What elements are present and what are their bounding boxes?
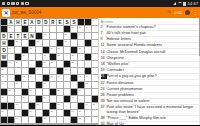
cell-number: 39 <box>1 68 3 70</box>
grid-cell[interactable] <box>57 117 64 124</box>
black-cell <box>36 117 43 124</box>
cell-number: 49 <box>1 82 3 84</box>
clue-row[interactable]: 40Man of Uz <box>101 122 200 125</box>
cell-number: 32 <box>57 54 59 56</box>
cell-letter: D <box>36 19 42 25</box>
black-cell <box>71 75 78 82</box>
grid-cell[interactable] <box>85 33 92 40</box>
grid-cell[interactable]: 59 <box>43 96 50 103</box>
grid-cell[interactable]: 41 <box>64 68 71 75</box>
clue-text: Not too sensual or violent <box>107 99 150 103</box>
grid-cell[interactable] <box>57 33 64 40</box>
grid-cell[interactable]: 45 <box>50 75 57 82</box>
grid-cell[interactable]: 69 <box>71 110 78 117</box>
grid-cell[interactable]: 49 <box>1 82 8 89</box>
grid-cell[interactable] <box>15 89 22 96</box>
grid-cell[interactable] <box>43 68 50 75</box>
grid-cell[interactable] <box>8 110 15 117</box>
clue-text: Cheyenne <box>107 56 124 60</box>
grid-cell[interactable]: 26 <box>50 47 57 54</box>
cell-number: 41 <box>64 68 66 70</box>
grid-cell[interactable]: 43 <box>22 75 29 82</box>
hint-icon[interactable] <box>185 10 190 15</box>
grid-cell[interactable]: 22 <box>64 40 71 47</box>
cell-number: 44 <box>29 75 31 77</box>
grid-cell[interactable] <box>22 103 29 110</box>
grid-cell[interactable]: 20 <box>15 40 22 47</box>
grid-cell[interactable]: 34 <box>8 61 15 68</box>
grid-cell[interactable]: 12 <box>71 26 78 33</box>
wifi-icon <box>178 2 182 5</box>
cell-number: 18 <box>64 33 66 35</box>
app-logo-icon: ✕ <box>2 9 10 17</box>
clue-list-pane: Across 2Futuristic women's chapeau?740's… <box>98 18 200 125</box>
grid-cell[interactable]: 35 <box>15 61 22 68</box>
clue-text: Contradict <box>107 68 124 72</box>
clue-text: Part of a pay-as-you-go plan? <box>107 74 157 78</box>
grid-cell[interactable]: 37 <box>50 61 57 68</box>
cell-number: 17 <box>43 33 45 35</box>
clue-text: Futuristic women's chapeau? <box>107 25 156 29</box>
cell-number: 58 <box>22 96 24 98</box>
grid-cell[interactable]: 58 <box>22 96 29 103</box>
grid-cell[interactable] <box>85 89 92 96</box>
grid-cell[interactable] <box>57 61 64 68</box>
clue-text: Some seasonal Florida residents <box>107 43 162 47</box>
cell-number: 28 <box>78 47 80 49</box>
grid-cell[interactable]: E <box>22 19 29 26</box>
grid-cell[interactable]: 60 <box>71 96 78 103</box>
grid-cell[interactable]: 55 <box>57 89 64 96</box>
cell-number: 12 <box>71 26 73 28</box>
battery-icon <box>183 2 186 6</box>
grid-cell[interactable]: E <box>8 33 15 40</box>
grid-cell[interactable]: 4D <box>36 19 43 26</box>
cell-number: 66 <box>1 110 3 112</box>
grid-cell[interactable]: 50 <box>15 82 22 89</box>
grid-cell[interactable] <box>71 68 78 75</box>
cell-number: 45 <box>50 75 52 77</box>
cell-number: 69 <box>71 110 73 112</box>
cell-number: 25 <box>29 47 31 49</box>
cell-number: 40 <box>36 68 38 70</box>
cell-letter: H <box>1 40 7 46</box>
cell-number: 61 <box>15 103 17 105</box>
grid-cell[interactable]: 6R <box>50 19 57 26</box>
clue-row[interactable]: 37Poet who wrote "I have executed a memo… <box>101 105 200 116</box>
grid-cell[interactable] <box>85 61 92 68</box>
sd-card-icon <box>25 2 28 5</box>
grid-cell[interactable]: 7E <box>57 19 64 26</box>
cell-number: 42 <box>1 75 3 77</box>
sync-icon <box>21 2 24 5</box>
grid-cell[interactable]: 36 <box>43 61 50 68</box>
cell-number: 33 <box>71 54 73 56</box>
grid-cell[interactable] <box>64 117 71 124</box>
cell-number: 20 <box>15 40 17 42</box>
cell-number: 65 <box>92 103 94 105</box>
grid-cell[interactable] <box>64 103 71 110</box>
cell-letter: A <box>8 19 14 25</box>
grid-cell[interactable]: 52 <box>85 82 92 89</box>
grid-cell[interactable] <box>85 117 92 124</box>
grid-cell[interactable]: 30 <box>22 54 29 61</box>
cell-number: 71 <box>15 117 17 119</box>
status-bar: 14:37 <box>0 0 200 7</box>
notification-icon <box>2 2 5 5</box>
grid-cell[interactable]: 40 <box>36 68 43 75</box>
grid-cell[interactable] <box>64 47 71 54</box>
grid-cell[interactable]: 51 <box>43 82 50 89</box>
grid-cell[interactable] <box>78 54 85 61</box>
grid-cell[interactable]: 19 <box>78 33 85 40</box>
grid-cell[interactable] <box>29 96 36 103</box>
grid-cell[interactable] <box>36 54 43 61</box>
grid-cell[interactable]: 16E <box>22 33 29 40</box>
grid-cell[interactable]: 72 <box>43 117 50 124</box>
cell-number: 48 <box>85 75 87 77</box>
cell-number: 24 <box>8 47 10 49</box>
cell-number: 67 <box>29 110 31 112</box>
grid-cell[interactable] <box>78 61 85 68</box>
cell-letter: S <box>71 19 77 25</box>
grid-cell[interactable] <box>22 40 29 47</box>
cell-number: 47 <box>78 75 80 77</box>
clue-list: 2Futuristic women's chapeau?740's talk s… <box>101 25 200 126</box>
grid-cell[interactable]: S <box>64 19 71 26</box>
crossword-app-screen: 14:37 ✕ pw_ws_00004 ✎ 0:00 ⋮ 1A2HE3A4D5D… <box>0 0 200 125</box>
grid-cell[interactable]: 21 <box>36 40 43 47</box>
cell-number: 51 <box>43 82 45 84</box>
cell-number: 37 <box>50 61 52 63</box>
cell-number: 46 <box>57 75 59 77</box>
clue-text: Man of Uz <box>107 122 124 125</box>
cell-number: 19 <box>78 33 80 35</box>
grid-cell[interactable] <box>22 82 29 89</box>
cell-number: 43 <box>22 75 24 77</box>
black-cell <box>50 89 57 96</box>
cell-letter: E <box>8 33 14 39</box>
grid-cell[interactable]: 67 <box>29 110 36 117</box>
app-bar: ✕ pw_ws_00004 ✎ 0:00 ⋮ <box>0 7 200 18</box>
clue-text: 40's talk show host pair <box>107 31 146 35</box>
grid-cell[interactable] <box>15 68 22 75</box>
puzzle-title: pw_ws_00004 <box>12 10 41 15</box>
black-cell <box>1 19 8 26</box>
cell-number: 53 <box>8 89 10 91</box>
grid-cell[interactable] <box>78 96 85 103</box>
cell-number: 64 <box>85 103 87 105</box>
cell-number: 70 <box>78 110 80 112</box>
cell-number: 26 <box>50 47 52 49</box>
cell-number: 54 <box>29 89 31 91</box>
grid-cell[interactable] <box>29 117 36 124</box>
grid-cell[interactable]: 71 <box>15 117 22 124</box>
cell-number: 9 <box>92 19 93 21</box>
grid-cell[interactable] <box>64 89 71 96</box>
grid-cell[interactable] <box>50 82 57 89</box>
black-cell <box>8 103 15 110</box>
grid-cell[interactable]: N <box>29 33 36 40</box>
cell-number: 11 <box>29 26 31 28</box>
download-icon <box>16 2 19 5</box>
cell-letter: W <box>1 54 7 60</box>
cell-number: 30 <box>22 54 24 56</box>
usb-icon <box>7 2 10 5</box>
cell-number: 59 <box>43 96 45 98</box>
grid-cell[interactable] <box>50 96 57 103</box>
edit-pencil-icon[interactable]: ✎ <box>167 7 172 18</box>
grid-cell[interactable]: 10 <box>8 26 15 33</box>
grid-cell[interactable] <box>15 26 22 33</box>
grid-cell[interactable]: 5D <box>43 19 50 26</box>
grid-cell[interactable]: 53 <box>8 89 15 96</box>
grid-cell[interactable] <box>36 47 43 54</box>
grid-cell[interactable]: 66 <box>1 110 8 117</box>
grid-cell[interactable] <box>29 61 36 68</box>
grid-cell[interactable]: 57 <box>1 96 8 103</box>
cell-number: 68 <box>50 110 52 112</box>
grid-cell[interactable]: 47 <box>78 75 85 82</box>
cell-number: 27 <box>57 47 59 49</box>
cell-number: 36 <box>43 61 45 63</box>
cell-number: 14 <box>85 26 87 28</box>
grid-cell[interactable] <box>36 89 43 96</box>
grid-cell[interactable] <box>71 40 78 47</box>
cell-letter: T <box>15 33 21 39</box>
signal-icon <box>173 2 176 5</box>
grid-cell[interactable]: 14 <box>85 26 92 33</box>
cell-letter: E <box>22 33 28 39</box>
grid-cell[interactable]: 11 <box>29 26 36 33</box>
grid-cell[interactable]: 46 <box>57 75 64 82</box>
grid-cell[interactable] <box>50 33 57 40</box>
cell-number: 34 <box>8 61 10 63</box>
cell-letter: N <box>29 33 35 39</box>
grid-cell[interactable]: 15D <box>1 33 8 40</box>
grid-cell[interactable] <box>64 54 71 61</box>
grid-cell[interactable]: 29W <box>1 54 8 61</box>
grid-cell[interactable]: 61 <box>15 103 22 110</box>
grid-cell[interactable] <box>71 82 78 89</box>
grid-cell[interactable]: 2H <box>15 19 22 26</box>
grid-cell[interactable] <box>57 110 64 117</box>
grid-cell[interactable]: 68 <box>50 110 57 117</box>
cell-number: 55 <box>57 89 59 91</box>
clue-text: "Wolfies plus" <box>107 62 130 66</box>
clue-text: Poet who wrote "I have executed a memori… <box>107 105 200 114</box>
clue-text: Forest denizens <box>107 81 134 85</box>
clock-label: 14:37 <box>188 0 198 7</box>
black-cell <box>85 54 92 61</box>
black-cell <box>85 40 92 47</box>
grid-cell[interactable] <box>36 26 43 33</box>
clue-scrollbar-thumb[interactable] <box>199 18 200 56</box>
grid-cell[interactable] <box>8 96 15 103</box>
clue-text: "Prince ___" Eddie Murphy film role <box>107 116 167 120</box>
grid-cell[interactable]: 44 <box>29 75 36 82</box>
cell-number: 13 <box>78 26 80 28</box>
black-cell <box>64 110 71 117</box>
grid-cell[interactable] <box>43 40 50 47</box>
cell-number: 31 <box>43 54 45 56</box>
grid-cell[interactable] <box>29 54 36 61</box>
cell-number: 73 <box>78 117 80 119</box>
grid-cell[interactable] <box>85 110 92 117</box>
cell-number: 62 <box>36 103 38 105</box>
crossword-grid-pane: 1A2HE3A4D5D6R7ES8S9101112131415DET16EN17… <box>0 18 98 125</box>
grid-cell[interactable]: 56 <box>78 89 85 96</box>
black-cell <box>71 117 78 124</box>
cell-letter: D <box>43 19 49 25</box>
grid-cell[interactable] <box>50 26 57 33</box>
crossword-grid: 1A2HE3A4D5D6R7ES8S9101112131415DET16EN17… <box>0 18 98 124</box>
clue-text: Hebrew letters <box>107 37 131 41</box>
cell-number: 10 <box>8 26 10 28</box>
grid-cell[interactable]: 62 <box>36 103 43 110</box>
grid-cell[interactable] <box>85 47 92 54</box>
grid-cell[interactable] <box>50 117 57 124</box>
clue-scrollbar[interactable] <box>199 18 200 125</box>
cell-number: 56 <box>78 89 80 91</box>
cell-number: 52 <box>85 82 87 84</box>
cell-number: 63 <box>57 103 59 105</box>
grid-cell[interactable]: 28 <box>78 47 85 54</box>
status-notification-icons <box>2 2 29 5</box>
grid-cell[interactable]: 64 <box>85 103 92 110</box>
cell-number: 60 <box>71 96 73 98</box>
clue-text: Power problems <box>107 93 134 97</box>
grid-cell[interactable]: 73 <box>78 117 85 124</box>
grid-cell[interactable] <box>22 61 29 68</box>
cell-number: 50 <box>15 82 17 84</box>
grid-cell[interactable] <box>8 68 15 75</box>
grid-cell[interactable]: 17 <box>43 33 50 40</box>
grid-cell[interactable] <box>15 47 22 54</box>
cell-letter: E <box>22 19 28 25</box>
grid-cell[interactable]: 38 <box>71 61 78 68</box>
cell-letter: R <box>50 19 56 25</box>
cell-number: 35 <box>15 61 17 63</box>
cell-letter: A <box>29 19 35 25</box>
black-cell <box>8 117 15 124</box>
grid-cell[interactable] <box>8 75 15 82</box>
cell-letter: D <box>1 33 7 39</box>
cell-number: 57 <box>1 96 3 98</box>
overflow-menu-icon[interactable]: ⋮ <box>192 7 198 18</box>
black-cell <box>36 82 43 89</box>
cell-letter: H <box>15 19 21 25</box>
cell-number: 21 <box>36 40 38 42</box>
black-cell <box>1 117 8 124</box>
grid-cell[interactable]: 32 <box>57 54 64 61</box>
cell-letter: E <box>57 19 63 25</box>
black-cell <box>22 110 29 117</box>
grid-cell[interactable] <box>57 26 64 33</box>
grid-cell[interactable] <box>36 75 43 82</box>
black-cell <box>71 33 78 40</box>
timer-label: 0:00 <box>174 10 182 15</box>
grid-cell[interactable] <box>43 103 50 110</box>
cell-number: 38 <box>71 61 73 63</box>
cell-number: 22 <box>64 40 66 42</box>
email-icon <box>11 2 14 5</box>
grid-cell[interactable] <box>36 110 43 117</box>
grid-cell[interactable]: 24 <box>8 47 15 54</box>
grid-cell[interactable]: 25 <box>29 47 36 54</box>
grid-cell[interactable]: 54 <box>29 89 36 96</box>
black-cell <box>64 96 71 103</box>
clue-text: Classic McDonnell Douglas aircraft <box>107 50 166 54</box>
clue-text: Current phenomenon <box>107 87 143 91</box>
grid-cell[interactable]: 63 <box>57 103 64 110</box>
grid-cell[interactable] <box>64 82 71 89</box>
grid-cell[interactable] <box>22 117 29 124</box>
cell-letter: S <box>64 19 70 25</box>
grid-cell[interactable] <box>64 75 71 82</box>
cell-number: 72 <box>43 117 45 119</box>
cell-letter: O <box>1 47 7 53</box>
